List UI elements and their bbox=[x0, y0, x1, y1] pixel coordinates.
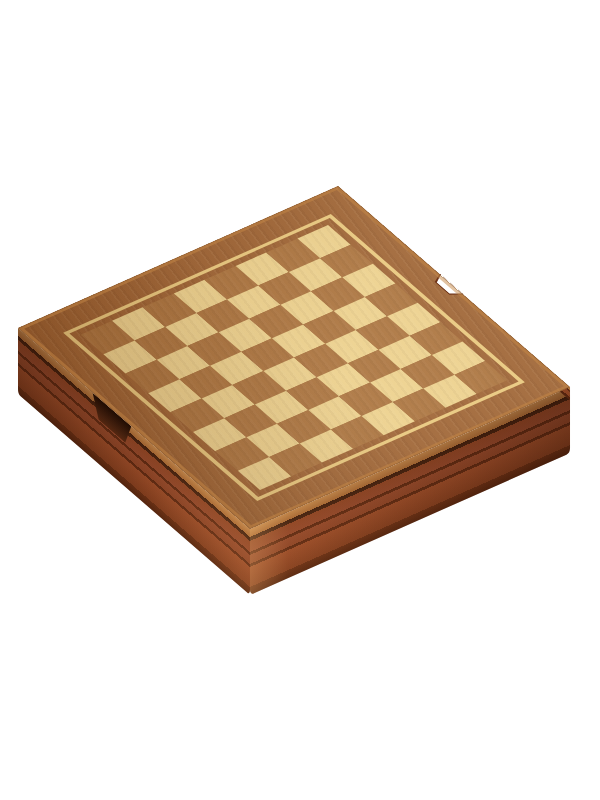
product-photo bbox=[0, 0, 600, 800]
